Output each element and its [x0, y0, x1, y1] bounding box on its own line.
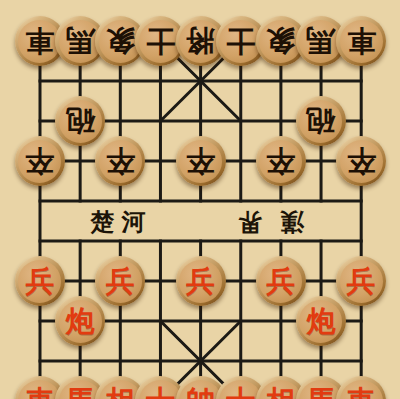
board-intersection[interactable]: 相	[100, 381, 140, 399]
piece-glyph: 砲	[66, 96, 95, 146]
board-intersection[interactable]	[180, 181, 220, 221]
board-intersection[interactable]	[100, 101, 140, 141]
piece-glyph: 馬	[66, 376, 95, 399]
board-intersection[interactable]	[261, 221, 301, 261]
board-intersection[interactable]: 馬	[60, 21, 100, 61]
board-intersection[interactable]	[261, 101, 301, 141]
piece-glyph: 士	[226, 16, 255, 66]
board-intersection[interactable]	[140, 101, 180, 141]
piece-glyph: 炮	[306, 296, 335, 346]
board-intersection[interactable]	[20, 221, 60, 261]
piece-glyph: 馬	[66, 16, 95, 66]
board-intersection[interactable]	[221, 221, 261, 261]
board-intersection[interactable]	[100, 181, 140, 221]
black-soldier[interactable]: 卒	[15, 136, 65, 186]
board-intersection[interactable]	[100, 221, 140, 261]
board-intersection[interactable]: 卒	[261, 141, 301, 181]
piece-glyph: 將	[186, 16, 215, 66]
board-intersection[interactable]: 士	[221, 381, 261, 399]
pieces-grid: 車馬象士將士象馬車砲砲卒卒卒卒卒兵兵兵兵兵炮炮車馬相士帥士相馬車	[20, 21, 381, 399]
piece-glyph: 士	[146, 376, 175, 399]
board-intersection[interactable]	[221, 341, 261, 381]
board-intersection[interactable]: 車	[20, 381, 60, 399]
board-intersection[interactable]	[261, 61, 301, 101]
board-intersection[interactable]	[261, 341, 301, 381]
board-intersection[interactable]	[60, 341, 100, 381]
board-intersection[interactable]	[341, 341, 381, 381]
board-intersection[interactable]	[301, 261, 341, 301]
piece-glyph: 砲	[306, 96, 335, 146]
board-intersection[interactable]: 帥	[180, 381, 220, 399]
piece-glyph: 車	[25, 16, 54, 66]
board-intersection[interactable]: 兵	[180, 261, 220, 301]
board-intersection[interactable]	[60, 181, 100, 221]
board-intersection[interactable]	[100, 301, 140, 341]
red-soldier[interactable]: 兵	[15, 256, 65, 306]
piece-glyph: 兵	[25, 256, 54, 306]
board-intersection[interactable]: 炮	[301, 301, 341, 341]
board-intersection[interactable]: 士	[140, 21, 180, 61]
piece-glyph: 象	[106, 16, 135, 66]
board-intersection[interactable]: 砲	[301, 101, 341, 141]
board-intersection[interactable]	[301, 141, 341, 181]
board-intersection[interactable]	[140, 301, 180, 341]
black-soldier[interactable]: 卒	[336, 136, 386, 186]
board-intersection[interactable]	[140, 221, 180, 261]
board-intersection[interactable]	[60, 141, 100, 181]
piece-glyph: 兵	[106, 256, 135, 306]
piece-glyph: 卒	[25, 136, 54, 186]
red-soldier[interactable]: 兵	[95, 256, 145, 306]
board-intersection[interactable]: 卒	[341, 141, 381, 181]
board-intersection[interactable]	[180, 221, 220, 261]
black-cannon[interactable]: 砲	[296, 96, 346, 146]
piece-glyph: 兵	[266, 256, 295, 306]
board-intersection[interactable]	[100, 61, 140, 101]
board-intersection[interactable]	[20, 61, 60, 101]
board-intersection[interactable]	[341, 61, 381, 101]
board-intersection[interactable]	[301, 181, 341, 221]
piece-glyph: 相	[266, 376, 295, 399]
board-intersection[interactable]: 車	[20, 21, 60, 61]
board-intersection[interactable]	[20, 101, 60, 141]
board-intersection[interactable]	[180, 341, 220, 381]
board-intersection[interactable]	[341, 221, 381, 261]
board-intersection[interactable]	[261, 301, 301, 341]
board-intersection[interactable]: 卒	[180, 141, 220, 181]
piece-glyph: 士	[226, 376, 255, 399]
red-cannon[interactable]: 炮	[55, 296, 105, 346]
board-intersection[interactable]	[60, 221, 100, 261]
piece-glyph: 兵	[347, 256, 376, 306]
red-soldier[interactable]: 兵	[336, 256, 386, 306]
piece-glyph: 象	[266, 16, 295, 66]
board-intersection[interactable]	[180, 101, 220, 141]
board-intersection[interactable]: 兵	[100, 261, 140, 301]
board-intersection[interactable]	[140, 181, 180, 221]
black-soldier[interactable]: 卒	[176, 136, 226, 186]
board-intersection[interactable]	[140, 341, 180, 381]
piece-glyph: 卒	[106, 136, 135, 186]
piece-glyph: 卒	[186, 136, 215, 186]
board-intersection[interactable]: 兵	[341, 261, 381, 301]
board-intersection[interactable]	[341, 181, 381, 221]
board-intersection[interactable]	[341, 101, 381, 141]
piece-glyph: 馬	[306, 16, 335, 66]
board-intersection[interactable]	[221, 301, 261, 341]
board-intersection[interactable]	[180, 61, 220, 101]
board-intersection[interactable]: 馬	[60, 381, 100, 399]
piece-glyph: 車	[347, 16, 376, 66]
red-cannon[interactable]: 炮	[296, 296, 346, 346]
piece-glyph: 帥	[186, 376, 215, 399]
board-intersection[interactable]: 象	[261, 21, 301, 61]
board-intersection[interactable]: 卒	[100, 141, 140, 181]
board-intersection[interactable]	[221, 261, 261, 301]
board-intersection[interactable]	[20, 341, 60, 381]
xiangqi-board: 楚河 漢界 車馬象士將士象馬車砲砲卒卒卒卒卒兵兵兵兵兵炮炮車馬相士帥士相馬車	[0, 0, 400, 399]
board-intersection[interactable]: 馬	[301, 381, 341, 399]
board-intersection[interactable]	[60, 61, 100, 101]
board-intersection[interactable]: 車	[341, 381, 381, 399]
board-intersection[interactable]: 馬	[301, 21, 341, 61]
board-intersection[interactable]	[60, 261, 100, 301]
board-intersection[interactable]	[221, 101, 261, 141]
red-soldier[interactable]: 兵	[256, 256, 306, 306]
piece-glyph: 車	[347, 376, 376, 399]
piece-glyph: 士	[146, 16, 175, 66]
board-intersection[interactable]	[301, 61, 341, 101]
board-intersection[interactable]: 士	[221, 21, 261, 61]
black-soldier[interactable]: 卒	[256, 136, 306, 186]
piece-glyph: 馬	[306, 376, 335, 399]
board-intersection[interactable]: 車	[341, 21, 381, 61]
board-intersection[interactable]	[341, 301, 381, 341]
board-intersection[interactable]: 兵	[261, 261, 301, 301]
board-intersection[interactable]	[180, 301, 220, 341]
board-intersection[interactable]	[140, 141, 180, 181]
board-intersection[interactable]	[100, 341, 140, 381]
board-intersection[interactable]	[221, 141, 261, 181]
board-intersection[interactable]	[261, 181, 301, 221]
black-chariot[interactable]: 車	[336, 16, 386, 66]
piece-glyph: 兵	[186, 256, 215, 306]
board-intersection[interactable]: 相	[261, 381, 301, 399]
board-intersection[interactable]	[140, 61, 180, 101]
board-intersection[interactable]	[20, 181, 60, 221]
board-intersection[interactable]: 卒	[20, 141, 60, 181]
piece-glyph: 相	[106, 376, 135, 399]
piece-glyph: 卒	[347, 136, 376, 186]
red-soldier[interactable]: 兵	[176, 256, 226, 306]
board-intersection[interactable]: 砲	[60, 101, 100, 141]
board-intersection[interactable]	[140, 261, 180, 301]
black-soldier[interactable]: 卒	[95, 136, 145, 186]
board-intersection[interactable]: 兵	[20, 261, 60, 301]
board-intersection[interactable]	[301, 221, 341, 261]
board-intersection[interactable]: 士	[140, 381, 180, 399]
board-intersection[interactable]	[221, 61, 261, 101]
board-intersection[interactable]	[20, 301, 60, 341]
piece-glyph: 炮	[66, 296, 95, 346]
piece-glyph: 卒	[266, 136, 295, 186]
board-intersection[interactable]: 將	[180, 21, 220, 61]
board-intersection[interactable]: 象	[100, 21, 140, 61]
board-intersection[interactable]	[301, 341, 341, 381]
board-intersection[interactable]: 炮	[60, 301, 100, 341]
black-cannon[interactable]: 砲	[55, 96, 105, 146]
board-intersection[interactable]	[221, 181, 261, 221]
piece-glyph: 車	[25, 376, 54, 399]
